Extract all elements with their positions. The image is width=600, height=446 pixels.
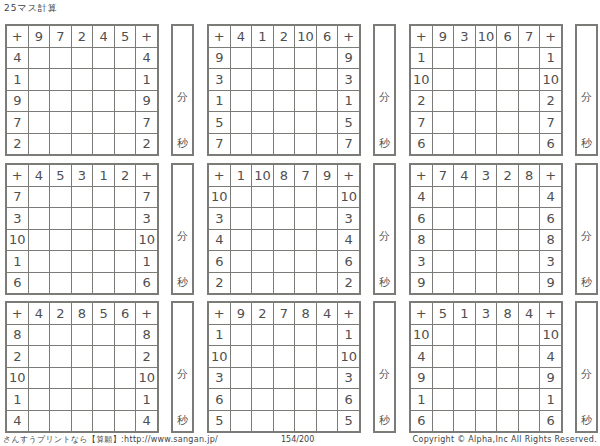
left-clue-cell: 10 [7, 368, 28, 389]
answer-cell[interactable] [252, 368, 273, 389]
answer-cell[interactable] [72, 368, 93, 389]
answer-cell[interactable] [274, 273, 295, 294]
answer-cell[interactable] [497, 112, 518, 133]
right-clue-cell: 10 [338, 187, 359, 208]
answer-cell[interactable] [454, 273, 475, 294]
answer-cell[interactable] [433, 230, 454, 251]
answer-cell[interactable] [93, 346, 114, 367]
right-clue-cell: 7 [136, 112, 157, 133]
answer-cell[interactable] [433, 251, 454, 272]
answer-cell[interactable] [519, 69, 540, 90]
answer-cell[interactable] [50, 389, 71, 410]
answer-cell[interactable] [274, 187, 295, 208]
answer-cell[interactable] [519, 251, 540, 272]
answer-cell[interactable] [252, 251, 273, 272]
left-clue-cell: 1 [7, 389, 28, 410]
answer-cell[interactable] [476, 251, 497, 272]
answer-cell[interactable] [50, 208, 71, 229]
answer-cell[interactable] [433, 368, 454, 389]
left-clue-cell: 4 [209, 230, 230, 251]
minutes-label: 分 [577, 369, 596, 380]
top-clue-cell: 4 [29, 303, 50, 324]
answer-cell[interactable] [433, 273, 454, 294]
answer-cell[interactable] [295, 91, 316, 112]
puzzle-section-4: +45312+773310101166 分 秒 [5, 163, 197, 295]
answer-cell[interactable] [252, 112, 273, 133]
time-box-5[interactable]: 分 秒 [373, 163, 396, 295]
answer-cell[interactable] [476, 69, 497, 90]
answer-cell[interactable] [231, 325, 252, 346]
operator-cell: + [411, 165, 432, 186]
answer-cell[interactable] [231, 48, 252, 69]
answer-cell[interactable] [454, 346, 475, 367]
answer-cell[interactable] [72, 187, 93, 208]
answer-cell[interactable] [252, 91, 273, 112]
answer-cell[interactable] [497, 208, 518, 229]
answer-cell[interactable] [497, 69, 518, 90]
answer-cell[interactable] [295, 112, 316, 133]
left-clue-cell: 3 [209, 69, 230, 90]
answer-cell[interactable] [29, 411, 50, 432]
answer-cell[interactable] [433, 91, 454, 112]
answer-cell[interactable] [29, 187, 50, 208]
answer-cell[interactable] [295, 411, 316, 432]
answer-cell[interactable] [317, 69, 338, 90]
seconds-label: 秒 [375, 415, 394, 426]
time-box-9[interactable]: 分 秒 [575, 301, 598, 433]
answer-cell[interactable] [50, 273, 71, 294]
answer-cell[interactable] [231, 411, 252, 432]
answer-cell[interactable] [433, 389, 454, 410]
answer-cell[interactable] [252, 230, 273, 251]
answer-cell[interactable] [519, 273, 540, 294]
left-clue-cell: 6 [7, 273, 28, 294]
answer-cell[interactable] [115, 230, 136, 251]
right-clue-cell: 1 [338, 91, 359, 112]
top-clue-cell: 3 [476, 303, 497, 324]
answer-cell[interactable] [497, 187, 518, 208]
left-clue-cell: 7 [7, 187, 28, 208]
answer-cell[interactable] [295, 368, 316, 389]
answer-cell[interactable] [454, 389, 475, 410]
answer-cell[interactable] [433, 346, 454, 367]
answer-cell[interactable] [93, 187, 114, 208]
answer-cell[interactable] [433, 134, 454, 155]
answer-cell[interactable] [497, 273, 518, 294]
answer-cell[interactable] [295, 325, 316, 346]
answer-cell[interactable] [93, 325, 114, 346]
answer-cell[interactable] [29, 48, 50, 69]
answer-cell[interactable] [115, 208, 136, 229]
right-clue-cell: 4 [540, 346, 561, 367]
answer-cell[interactable] [274, 325, 295, 346]
answer-cell[interactable] [476, 411, 497, 432]
answer-cell[interactable] [72, 389, 93, 410]
answer-cell[interactable] [115, 91, 136, 112]
minutes-label: 分 [375, 231, 394, 242]
answer-cell[interactable] [115, 48, 136, 69]
answer-cell[interactable] [274, 389, 295, 410]
answer-cell[interactable] [476, 134, 497, 155]
answer-cell[interactable] [519, 91, 540, 112]
answer-cell[interactable] [29, 389, 50, 410]
answer-cell[interactable] [497, 389, 518, 410]
answer-cell[interactable] [274, 91, 295, 112]
answer-cell[interactable] [29, 134, 50, 155]
right-clue-cell: 4 [338, 230, 359, 251]
answer-cell[interactable] [317, 48, 338, 69]
answer-cell[interactable] [497, 48, 518, 69]
answer-cell[interactable] [29, 325, 50, 346]
answer-cell[interactable] [454, 91, 475, 112]
answer-cell[interactable] [29, 230, 50, 251]
answer-cell[interactable] [454, 134, 475, 155]
answer-cell[interactable] [454, 48, 475, 69]
answer-cell[interactable] [519, 346, 540, 367]
answer-cell[interactable] [72, 112, 93, 133]
top-clue-cell: 7 [274, 303, 295, 324]
answer-cell[interactable] [115, 273, 136, 294]
answer-cell[interactable] [93, 230, 114, 251]
answer-cell[interactable] [274, 48, 295, 69]
answer-cell[interactable] [231, 273, 252, 294]
top-clue-cell: 1 [231, 165, 252, 186]
answer-cell[interactable] [317, 325, 338, 346]
answer-cell[interactable] [274, 208, 295, 229]
answer-cell[interactable] [295, 389, 316, 410]
answer-cell[interactable] [317, 230, 338, 251]
answer-cell[interactable] [454, 112, 475, 133]
footer: さんすうプリントなら【算願】:http://www.sangan.jp/ 154… [0, 433, 600, 446]
answer-cell[interactable] [93, 411, 114, 432]
left-clue-cell: 9 [7, 91, 28, 112]
answer-cell[interactable] [274, 251, 295, 272]
left-clue-cell: 6 [209, 251, 230, 272]
answer-cell[interactable] [317, 411, 338, 432]
answer-cell[interactable] [274, 230, 295, 251]
time-box-8[interactable]: 分 秒 [373, 301, 396, 433]
top-clue-cell: 4 [317, 303, 338, 324]
answer-cell[interactable] [93, 208, 114, 229]
answer-cell[interactable] [497, 346, 518, 367]
answer-cell[interactable] [72, 325, 93, 346]
answer-cell[interactable] [317, 346, 338, 367]
answer-cell[interactable] [231, 251, 252, 272]
top-clue-cell: 4 [231, 26, 252, 47]
answer-cell[interactable] [252, 69, 273, 90]
answer-cell[interactable] [50, 91, 71, 112]
answer-cell[interactable] [115, 134, 136, 155]
answer-cell[interactable] [295, 208, 316, 229]
answer-cell[interactable] [72, 411, 93, 432]
right-clue-cell: 6 [136, 273, 157, 294]
answer-cell[interactable] [433, 48, 454, 69]
right-clue-cell: 7 [136, 187, 157, 208]
answer-cell[interactable] [295, 48, 316, 69]
answer-cell[interactable] [115, 389, 136, 410]
answer-cell[interactable] [454, 325, 475, 346]
footer-copyright: Copyright © Alpha,Inc All Rights Reserve… [413, 435, 597, 444]
answer-cell[interactable] [231, 230, 252, 251]
answer-cell[interactable] [317, 389, 338, 410]
answer-cell[interactable] [50, 346, 71, 367]
answer-cell[interactable] [497, 325, 518, 346]
answer-cell[interactable] [476, 230, 497, 251]
answer-cell[interactable] [252, 187, 273, 208]
left-clue-cell: 1 [7, 251, 28, 272]
answer-cell[interactable] [476, 389, 497, 410]
answer-cell[interactable] [72, 69, 93, 90]
answer-cell[interactable] [72, 230, 93, 251]
right-clue-cell: 10 [136, 368, 157, 389]
time-box-6[interactable]: 分 秒 [575, 163, 598, 295]
answer-cell[interactable] [29, 112, 50, 133]
answer-cell[interactable] [476, 187, 497, 208]
answer-cell[interactable] [317, 134, 338, 155]
puzzle-section-8: +92784+111010336655 分 秒 [207, 301, 399, 433]
footer-site-credit: さんすうプリントなら【算願】:http://www.sangan.jp/ [3, 434, 218, 445]
answer-cell[interactable] [454, 208, 475, 229]
answer-cell[interactable] [115, 346, 136, 367]
answer-cell[interactable] [295, 273, 316, 294]
answer-cell[interactable] [115, 187, 136, 208]
left-clue-cell: 9 [411, 273, 432, 294]
answer-cell[interactable] [231, 69, 252, 90]
answer-cell[interactable] [433, 325, 454, 346]
answer-cell[interactable] [476, 273, 497, 294]
answer-cell[interactable] [454, 69, 475, 90]
calc-grid-6: +74328+4466883399 [409, 163, 563, 295]
answer-cell[interactable] [29, 346, 50, 367]
answer-cell[interactable] [519, 325, 540, 346]
answer-cell[interactable] [252, 208, 273, 229]
time-box-2[interactable]: 分 秒 [373, 24, 396, 156]
answer-cell[interactable] [476, 346, 497, 367]
answer-cell[interactable] [476, 48, 497, 69]
answer-cell[interactable] [115, 325, 136, 346]
answer-cell[interactable] [454, 411, 475, 432]
answer-cell[interactable] [93, 368, 114, 389]
answer-cell[interactable] [72, 134, 93, 155]
answer-cell[interactable] [50, 48, 71, 69]
answer-cell[interactable] [231, 187, 252, 208]
answer-cell[interactable] [252, 48, 273, 69]
answer-cell[interactable] [29, 273, 50, 294]
answer-cell[interactable] [115, 69, 136, 90]
answer-cell[interactable] [252, 346, 273, 367]
operator-cell: + [540, 303, 561, 324]
answer-cell[interactable] [72, 273, 93, 294]
answer-cell[interactable] [274, 112, 295, 133]
answer-cell[interactable] [231, 368, 252, 389]
answer-cell[interactable] [50, 69, 71, 90]
answer-cell[interactable] [519, 389, 540, 410]
answer-cell[interactable] [231, 346, 252, 367]
answer-cell[interactable] [497, 411, 518, 432]
answer-cell[interactable] [295, 251, 316, 272]
seconds-label: 秒 [577, 277, 596, 288]
left-clue-cell: 2 [7, 346, 28, 367]
answer-cell[interactable] [476, 325, 497, 346]
time-box-1[interactable]: 分 秒 [171, 24, 194, 156]
answer-cell[interactable] [93, 134, 114, 155]
answer-cell[interactable] [454, 187, 475, 208]
answer-cell[interactable] [72, 251, 93, 272]
answer-cell[interactable] [317, 208, 338, 229]
answer-cell[interactable] [317, 368, 338, 389]
answer-cell[interactable] [72, 346, 93, 367]
time-box-7[interactable]: 分 秒 [171, 301, 194, 433]
answer-cell[interactable] [231, 134, 252, 155]
answer-cell[interactable] [50, 251, 71, 272]
answer-cell[interactable] [519, 411, 540, 432]
answer-cell[interactable] [274, 368, 295, 389]
answer-cell[interactable] [231, 208, 252, 229]
answer-cell[interactable] [252, 389, 273, 410]
answer-cell[interactable] [50, 230, 71, 251]
left-clue-cell: 8 [411, 230, 432, 251]
right-clue-cell: 5 [338, 411, 359, 432]
answer-cell[interactable] [72, 208, 93, 229]
answer-cell[interactable] [29, 208, 50, 229]
answer-cell[interactable] [295, 69, 316, 90]
answer-cell[interactable] [231, 91, 252, 112]
answer-cell[interactable] [476, 112, 497, 133]
answer-cell[interactable] [50, 112, 71, 133]
right-clue-cell: 4 [136, 411, 157, 432]
answer-cell[interactable] [252, 273, 273, 294]
answer-cell[interactable] [317, 187, 338, 208]
answer-cell[interactable] [497, 91, 518, 112]
left-clue-cell: 5 [209, 112, 230, 133]
right-clue-cell: 5 [338, 112, 359, 133]
right-clue-cell: 3 [338, 208, 359, 229]
calc-grid-5: +110879+101033446622 [207, 163, 361, 295]
answer-cell[interactable] [295, 230, 316, 251]
answer-cell[interactable] [454, 251, 475, 272]
answer-cell[interactable] [433, 187, 454, 208]
right-clue-cell: 3 [136, 208, 157, 229]
right-clue-cell: 6 [540, 134, 561, 155]
answer-cell[interactable] [519, 134, 540, 155]
answer-cell[interactable] [519, 112, 540, 133]
answer-cell[interactable] [274, 411, 295, 432]
answer-cell[interactable] [476, 208, 497, 229]
answer-cell[interactable] [519, 368, 540, 389]
answer-cell[interactable] [295, 134, 316, 155]
answer-cell[interactable] [519, 48, 540, 69]
answer-cell[interactable] [274, 69, 295, 90]
answer-cell[interactable] [29, 91, 50, 112]
answer-cell[interactable] [497, 368, 518, 389]
minutes-label: 分 [577, 92, 596, 103]
answer-cell[interactable] [50, 325, 71, 346]
top-clue-cell: 7 [433, 165, 454, 186]
answer-cell[interactable] [454, 368, 475, 389]
answer-cell[interactable] [93, 91, 114, 112]
right-clue-cell: 8 [136, 325, 157, 346]
answer-cell[interactable] [317, 112, 338, 133]
answer-cell[interactable] [317, 91, 338, 112]
right-clue-cell: 9 [338, 48, 359, 69]
answer-cell[interactable] [93, 251, 114, 272]
answer-cell[interactable] [317, 273, 338, 294]
answer-cell[interactable] [433, 112, 454, 133]
top-clue-cell: 5 [115, 26, 136, 47]
answer-cell[interactable] [252, 134, 273, 155]
answer-cell[interactable] [433, 411, 454, 432]
answer-cell[interactable] [50, 134, 71, 155]
left-clue-cell: 9 [411, 368, 432, 389]
answer-cell[interactable] [115, 368, 136, 389]
answer-cell[interactable] [433, 69, 454, 90]
left-clue-cell: 10 [7, 230, 28, 251]
top-clue-cell: 2 [50, 303, 71, 324]
answer-cell[interactable] [274, 346, 295, 367]
answer-cell[interactable] [115, 251, 136, 272]
time-box-3[interactable]: 分 秒 [575, 24, 598, 156]
answer-cell[interactable] [72, 91, 93, 112]
answer-cell[interactable] [476, 91, 497, 112]
answer-cell[interactable] [231, 389, 252, 410]
answer-cell[interactable] [252, 411, 273, 432]
operator-cell: + [338, 26, 359, 47]
right-clue-cell: 7 [338, 134, 359, 155]
answer-cell[interactable] [497, 251, 518, 272]
top-clue-cell: 2 [115, 165, 136, 186]
answer-cell[interactable] [50, 411, 71, 432]
answer-cell[interactable] [497, 134, 518, 155]
answer-cell[interactable] [93, 112, 114, 133]
answer-cell[interactable] [93, 273, 114, 294]
answer-cell[interactable] [317, 251, 338, 272]
answer-cell[interactable] [50, 368, 71, 389]
answer-cell[interactable] [93, 389, 114, 410]
calc-grid-3: +931067+111010227766 [409, 24, 563, 156]
answer-cell[interactable] [519, 208, 540, 229]
answer-cell[interactable] [295, 346, 316, 367]
answer-cell[interactable] [231, 112, 252, 133]
answer-cell[interactable] [29, 368, 50, 389]
answer-cell[interactable] [274, 134, 295, 155]
answer-cell[interactable] [497, 230, 518, 251]
answer-cell[interactable] [295, 187, 316, 208]
left-clue-cell: 1 [209, 91, 230, 112]
answer-cell[interactable] [476, 368, 497, 389]
answer-cell[interactable] [29, 69, 50, 90]
left-clue-cell: 6 [209, 389, 230, 410]
answer-cell[interactable] [115, 112, 136, 133]
answer-cell[interactable] [519, 230, 540, 251]
time-box-4[interactable]: 分 秒 [171, 163, 194, 295]
answer-cell[interactable] [72, 48, 93, 69]
answer-cell[interactable] [29, 251, 50, 272]
answer-cell[interactable] [115, 411, 136, 432]
answer-cell[interactable] [454, 230, 475, 251]
top-clue-cell: 9 [231, 303, 252, 324]
answer-cell[interactable] [93, 48, 114, 69]
answer-cell[interactable] [433, 208, 454, 229]
answer-cell[interactable] [519, 187, 540, 208]
answer-cell[interactable] [252, 325, 273, 346]
left-clue-cell: 2 [411, 91, 432, 112]
left-clue-cell: 1 [209, 325, 230, 346]
top-clue-cell: 8 [274, 165, 295, 186]
minutes-label: 分 [375, 92, 394, 103]
answer-cell[interactable] [50, 187, 71, 208]
left-clue-cell: 6 [411, 134, 432, 155]
answer-cell[interactable] [93, 69, 114, 90]
